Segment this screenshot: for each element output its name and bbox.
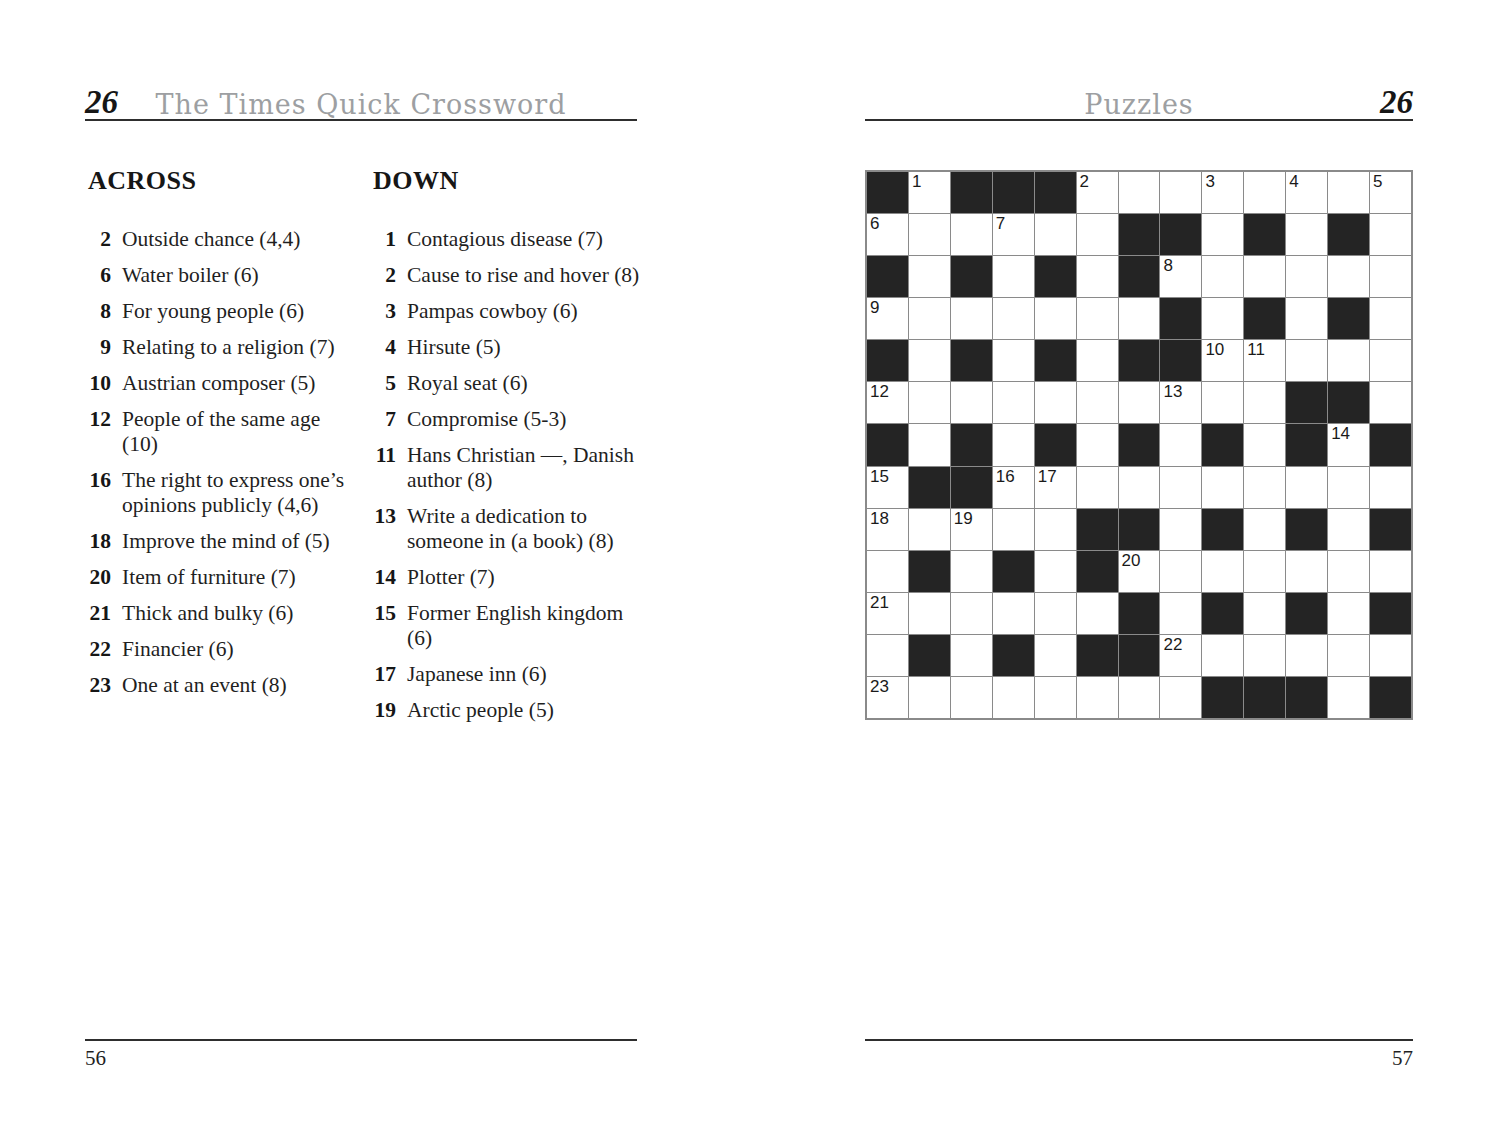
clue-text: Compromise (5-3) xyxy=(407,407,643,432)
black-cell xyxy=(951,172,992,213)
black-cell xyxy=(867,340,908,381)
clue-number: 3 xyxy=(373,299,396,324)
white-cell[interactable]: 6 xyxy=(867,214,908,255)
white-cell[interactable]: 14 xyxy=(1328,424,1369,465)
white-cell[interactable] xyxy=(1370,340,1411,381)
black-cell xyxy=(951,340,992,381)
book-title: The Times Quick Crossword xyxy=(85,89,637,120)
clue-text: Relating to a religion (7) xyxy=(122,335,358,360)
clue-down-3: 3Pampas cowboy (6) xyxy=(373,299,643,324)
clue-number: 1 xyxy=(373,227,396,252)
cell-number: 4 xyxy=(1289,172,1298,191)
across-clue-list: 2Outside chance (4,4)6Water boiler (6)8F… xyxy=(88,227,358,698)
clue-text: People of the same age (10) xyxy=(122,407,358,457)
white-cell[interactable] xyxy=(1119,382,1160,423)
clue-across-16: 16The right to express one’s opinions pu… xyxy=(88,468,358,518)
down-heading: DOWN xyxy=(373,166,643,196)
black-cell xyxy=(1370,593,1411,634)
white-cell[interactable]: 17 xyxy=(1035,467,1076,508)
cell-number: 12 xyxy=(870,382,889,401)
across-heading: ACROSS xyxy=(88,166,358,196)
white-cell[interactable] xyxy=(1370,214,1411,255)
clue-number: 2 xyxy=(373,263,396,288)
clue-number: 21 xyxy=(88,601,111,626)
clue-text: Item of furniture (7) xyxy=(122,565,358,590)
cell-number: 23 xyxy=(870,677,889,696)
clue-down-15: 15Former English kingdom (6) xyxy=(373,601,643,651)
clue-number: 20 xyxy=(88,565,111,590)
clue-number: 17 xyxy=(373,662,396,687)
clue-number: 10 xyxy=(88,371,111,396)
white-cell[interactable] xyxy=(951,635,992,676)
clue-text: Financier (6) xyxy=(122,637,358,662)
black-cell xyxy=(951,256,992,297)
white-cell[interactable]: 4 xyxy=(1286,172,1327,213)
white-cell[interactable] xyxy=(1244,551,1285,592)
white-cell[interactable] xyxy=(1202,635,1243,676)
clue-down-7: 7Compromise (5-3) xyxy=(373,407,643,432)
white-cell[interactable]: 7 xyxy=(993,214,1034,255)
black-cell xyxy=(951,467,992,508)
white-cell[interactable]: 21 xyxy=(867,593,908,634)
clue-number: 5 xyxy=(373,371,396,396)
white-cell[interactable] xyxy=(993,677,1034,718)
white-cell[interactable]: 3 xyxy=(1202,172,1243,213)
cell-number: 5 xyxy=(1373,172,1382,191)
black-cell xyxy=(1119,593,1160,634)
black-cell xyxy=(1077,509,1118,550)
white-cell[interactable] xyxy=(1035,635,1076,676)
black-cell xyxy=(993,635,1034,676)
white-cell[interactable] xyxy=(1035,214,1076,255)
cell-number: 20 xyxy=(1122,551,1141,570)
white-cell[interactable] xyxy=(867,635,908,676)
black-cell xyxy=(1370,509,1411,550)
white-cell[interactable] xyxy=(1160,172,1201,213)
black-cell xyxy=(1119,635,1160,676)
white-cell[interactable] xyxy=(1035,298,1076,339)
section-title: Puzzles xyxy=(865,89,1413,120)
cell-number: 8 xyxy=(1163,256,1172,275)
clue-number: 16 xyxy=(88,468,111,518)
crossword-grid[interactable]: 1234567891011121314151617181920212223 xyxy=(865,170,1413,720)
black-cell xyxy=(909,467,950,508)
clue-text: Plotter (7) xyxy=(407,565,643,590)
white-cell[interactable] xyxy=(1244,256,1285,297)
header-rule-left xyxy=(85,119,637,121)
clue-text: Hirsute (5) xyxy=(407,335,643,360)
white-cell[interactable] xyxy=(1160,509,1201,550)
white-cell[interactable] xyxy=(909,424,950,465)
cell-number: 10 xyxy=(1205,340,1224,359)
clue-text: The right to express one’s opinions publ… xyxy=(122,468,358,518)
white-cell[interactable] xyxy=(1244,593,1285,634)
clue-across-21: 21Thick and bulky (6) xyxy=(88,601,358,626)
page-number-left: 56 xyxy=(85,1046,106,1071)
clue-text: Write a dedication to someone in (a book… xyxy=(407,504,643,554)
clue-text: Contagious disease (7) xyxy=(407,227,643,252)
black-cell xyxy=(1035,424,1076,465)
white-cell[interactable] xyxy=(1328,677,1369,718)
black-cell xyxy=(1202,424,1243,465)
white-cell[interactable]: 5 xyxy=(1370,172,1411,213)
white-cell[interactable] xyxy=(1160,593,1201,634)
white-cell[interactable] xyxy=(951,214,992,255)
black-cell xyxy=(1286,593,1327,634)
footer-rule-right xyxy=(865,1039,1413,1041)
black-cell xyxy=(1244,677,1285,718)
white-cell[interactable] xyxy=(909,382,950,423)
white-cell[interactable] xyxy=(1244,424,1285,465)
white-cell[interactable] xyxy=(909,593,950,634)
white-cell[interactable] xyxy=(1119,172,1160,213)
white-cell[interactable]: 22 xyxy=(1160,635,1201,676)
cell-number: 21 xyxy=(870,593,889,612)
clue-number: 6 xyxy=(88,263,111,288)
clue-across-18: 18Improve the mind of (5) xyxy=(88,529,358,554)
white-cell[interactable] xyxy=(1077,677,1118,718)
white-cell[interactable]: 12 xyxy=(867,382,908,423)
white-cell[interactable] xyxy=(1286,467,1327,508)
clue-text: Cause to rise and hover (8) xyxy=(407,263,643,288)
puzzle-number-right: 26 xyxy=(1380,84,1413,121)
white-cell[interactable] xyxy=(1077,256,1118,297)
white-cell[interactable] xyxy=(1119,298,1160,339)
black-cell xyxy=(1328,382,1369,423)
black-cell xyxy=(1077,551,1118,592)
clue-down-11: 11Hans Christian —, Danish author (8) xyxy=(373,443,643,493)
clue-across-12: 12People of the same age (10) xyxy=(88,407,358,457)
black-cell xyxy=(1202,677,1243,718)
cell-number: 14 xyxy=(1331,424,1350,443)
clue-text: Japanese inn (6) xyxy=(407,662,643,687)
white-cell[interactable] xyxy=(909,677,950,718)
black-cell xyxy=(1202,509,1243,550)
clue-number: 19 xyxy=(373,698,396,723)
white-cell[interactable]: 8 xyxy=(1160,256,1201,297)
white-cell[interactable] xyxy=(1328,467,1369,508)
clue-down-2: 2Cause to rise and hover (8) xyxy=(373,263,643,288)
black-cell xyxy=(1077,635,1118,676)
white-cell[interactable]: 18 xyxy=(867,509,908,550)
clue-down-14: 14Plotter (7) xyxy=(373,565,643,590)
white-cell[interactable] xyxy=(909,340,950,381)
black-cell xyxy=(1035,256,1076,297)
black-cell xyxy=(993,172,1034,213)
white-cell[interactable] xyxy=(1286,551,1327,592)
white-cell[interactable] xyxy=(1035,382,1076,423)
black-cell xyxy=(1160,298,1201,339)
white-cell[interactable] xyxy=(1160,551,1201,592)
clue-across-8: 8For young people (6) xyxy=(88,299,358,324)
white-cell[interactable] xyxy=(1077,382,1118,423)
clue-number: 2 xyxy=(88,227,111,252)
black-cell xyxy=(1035,340,1076,381)
clue-text: Outside chance (4,4) xyxy=(122,227,358,252)
white-cell[interactable] xyxy=(951,593,992,634)
white-cell[interactable] xyxy=(1160,424,1201,465)
white-cell[interactable] xyxy=(1202,214,1243,255)
black-cell xyxy=(1286,424,1327,465)
clue-across-10: 10Austrian composer (5) xyxy=(88,371,358,396)
white-cell[interactable] xyxy=(1035,509,1076,550)
white-cell[interactable] xyxy=(993,382,1034,423)
white-cell[interactable]: 20 xyxy=(1119,551,1160,592)
black-cell xyxy=(1370,424,1411,465)
white-cell[interactable]: 23 xyxy=(867,677,908,718)
clue-down-19: 19Arctic people (5) xyxy=(373,698,643,723)
white-cell[interactable]: 1 xyxy=(909,172,950,213)
clue-down-1: 1Contagious disease (7) xyxy=(373,227,643,252)
white-cell[interactable] xyxy=(1328,340,1369,381)
white-cell[interactable] xyxy=(993,593,1034,634)
white-cell[interactable] xyxy=(1202,256,1243,297)
white-cell[interactable]: 15 xyxy=(867,467,908,508)
white-cell[interactable] xyxy=(993,298,1034,339)
white-cell[interactable]: 16 xyxy=(993,467,1034,508)
white-cell[interactable] xyxy=(1328,172,1369,213)
black-cell xyxy=(1286,382,1327,423)
black-cell xyxy=(1035,172,1076,213)
cell-number: 22 xyxy=(1163,635,1182,654)
clue-down-4: 4Hirsute (5) xyxy=(373,335,643,360)
clue-down-5: 5Royal seat (6) xyxy=(373,371,643,396)
white-cell[interactable] xyxy=(1328,593,1369,634)
white-cell[interactable] xyxy=(1035,677,1076,718)
white-cell[interactable] xyxy=(1370,635,1411,676)
white-cell[interactable] xyxy=(1244,467,1285,508)
white-cell[interactable]: 2 xyxy=(1077,172,1118,213)
white-cell[interactable] xyxy=(1077,467,1118,508)
down-clue-list: 1Contagious disease (7)2Cause to rise an… xyxy=(373,227,643,723)
white-cell[interactable] xyxy=(1244,635,1285,676)
clue-text: Improve the mind of (5) xyxy=(122,529,358,554)
black-cell xyxy=(1328,298,1369,339)
clue-across-9: 9Relating to a religion (7) xyxy=(88,335,358,360)
page-number-right: 57 xyxy=(1392,1046,1413,1071)
white-cell[interactable] xyxy=(1160,467,1201,508)
black-cell xyxy=(1119,256,1160,297)
white-cell[interactable] xyxy=(1077,298,1118,339)
down-clues-column: DOWN 1Contagious disease (7)2Cause to ri… xyxy=(373,166,643,734)
clue-text: Royal seat (6) xyxy=(407,371,643,396)
cell-number: 17 xyxy=(1038,467,1057,486)
clue-text: Thick and bulky (6) xyxy=(122,601,358,626)
clue-text: One at an event (8) xyxy=(122,673,358,698)
clue-across-2: 2Outside chance (4,4) xyxy=(88,227,358,252)
white-cell[interactable]: 13 xyxy=(1160,382,1201,423)
white-cell[interactable] xyxy=(1119,467,1160,508)
white-cell[interactable] xyxy=(951,298,992,339)
clue-number: 9 xyxy=(88,335,111,360)
clue-text: Austrian composer (5) xyxy=(122,371,358,396)
white-cell[interactable] xyxy=(1286,340,1327,381)
clue-number: 8 xyxy=(88,299,111,324)
cell-number: 19 xyxy=(954,509,973,528)
black-cell xyxy=(867,424,908,465)
white-cell[interactable] xyxy=(1244,509,1285,550)
white-cell[interactable] xyxy=(1202,298,1243,339)
white-cell[interactable] xyxy=(1244,172,1285,213)
clue-number: 11 xyxy=(373,443,396,493)
clue-across-22: 22Financier (6) xyxy=(88,637,358,662)
clue-number: 23 xyxy=(88,673,111,698)
black-cell xyxy=(1370,677,1411,718)
white-cell[interactable] xyxy=(1119,677,1160,718)
white-cell[interactable] xyxy=(1370,298,1411,339)
clue-number: 12 xyxy=(88,407,111,457)
black-cell xyxy=(1160,340,1201,381)
clue-number: 4 xyxy=(373,335,396,360)
header-rule-right xyxy=(865,119,1413,121)
white-cell[interactable] xyxy=(1202,467,1243,508)
clue-number: 14 xyxy=(373,565,396,590)
white-cell[interactable] xyxy=(1286,214,1327,255)
white-cell[interactable]: 19 xyxy=(951,509,992,550)
black-cell xyxy=(1119,214,1160,255)
white-cell[interactable] xyxy=(993,256,1034,297)
white-cell[interactable] xyxy=(1370,551,1411,592)
black-cell xyxy=(1119,340,1160,381)
white-cell[interactable] xyxy=(1202,551,1243,592)
black-cell xyxy=(1202,593,1243,634)
white-cell[interactable] xyxy=(1160,677,1201,718)
black-cell xyxy=(1119,509,1160,550)
cell-number: 7 xyxy=(996,214,1005,233)
white-cell[interactable] xyxy=(951,677,992,718)
white-cell[interactable] xyxy=(909,214,950,255)
clue-text: Arctic people (5) xyxy=(407,698,643,723)
white-cell[interactable] xyxy=(1286,298,1327,339)
white-cell[interactable] xyxy=(1077,340,1118,381)
clue-text: Pampas cowboy (6) xyxy=(407,299,643,324)
white-cell[interactable] xyxy=(951,382,992,423)
clue-down-13: 13Write a dedication to someone in (a bo… xyxy=(373,504,643,554)
white-cell[interactable] xyxy=(1370,467,1411,508)
black-cell xyxy=(1328,214,1369,255)
white-cell[interactable] xyxy=(1328,635,1369,676)
white-cell[interactable] xyxy=(909,256,950,297)
cell-number: 3 xyxy=(1205,172,1214,191)
white-cell[interactable] xyxy=(1370,382,1411,423)
white-cell[interactable] xyxy=(1286,256,1327,297)
clue-number: 15 xyxy=(373,601,396,651)
white-cell[interactable]: 10 xyxy=(1202,340,1243,381)
clue-number: 7 xyxy=(373,407,396,432)
black-cell xyxy=(1286,677,1327,718)
clue-text: For young people (6) xyxy=(122,299,358,324)
clue-number: 18 xyxy=(88,529,111,554)
clue-text: Hans Christian —, Danish author (8) xyxy=(407,443,643,493)
cell-number: 11 xyxy=(1247,340,1265,359)
white-cell[interactable] xyxy=(1328,509,1369,550)
black-cell xyxy=(993,551,1034,592)
black-cell xyxy=(909,635,950,676)
clue-across-6: 6Water boiler (6) xyxy=(88,263,358,288)
cell-number: 6 xyxy=(870,214,879,233)
black-cell xyxy=(1244,214,1285,255)
white-cell[interactable] xyxy=(1077,214,1118,255)
black-cell xyxy=(1119,424,1160,465)
white-cell[interactable]: 11 xyxy=(1244,340,1285,381)
black-cell xyxy=(909,551,950,592)
clue-number: 22 xyxy=(88,637,111,662)
cell-number: 13 xyxy=(1163,382,1182,401)
white-cell[interactable] xyxy=(993,424,1034,465)
white-cell[interactable] xyxy=(1328,256,1369,297)
white-cell[interactable] xyxy=(1244,382,1285,423)
footer-rule-left xyxy=(85,1039,637,1041)
across-clues-column: ACROSS 2Outside chance (4,4)6Water boile… xyxy=(88,166,358,709)
clue-text: Water boiler (6) xyxy=(122,263,358,288)
black-cell xyxy=(867,172,908,213)
cell-number: 1 xyxy=(912,172,921,191)
white-cell[interactable] xyxy=(909,298,950,339)
white-cell[interactable] xyxy=(1328,551,1369,592)
black-cell xyxy=(1244,298,1285,339)
clue-number: 13 xyxy=(373,504,396,554)
clue-down-17: 17Japanese inn (6) xyxy=(373,662,643,687)
black-cell xyxy=(951,424,992,465)
white-cell[interactable] xyxy=(1370,256,1411,297)
white-cell[interactable] xyxy=(993,509,1034,550)
black-cell xyxy=(867,256,908,297)
black-cell xyxy=(1160,214,1201,255)
white-cell[interactable] xyxy=(1077,424,1118,465)
cell-number: 15 xyxy=(870,467,889,486)
white-cell[interactable] xyxy=(1035,593,1076,634)
white-cell[interactable] xyxy=(993,340,1034,381)
clue-text: Former English kingdom (6) xyxy=(407,601,643,651)
white-cell[interactable] xyxy=(867,551,908,592)
clue-across-20: 20Item of furniture (7) xyxy=(88,565,358,590)
white-cell[interactable] xyxy=(1077,593,1118,634)
white-cell[interactable] xyxy=(1202,382,1243,423)
white-cell[interactable] xyxy=(1035,551,1076,592)
white-cell[interactable] xyxy=(909,509,950,550)
cell-number: 9 xyxy=(870,298,879,317)
clue-across-23: 23One at an event (8) xyxy=(88,673,358,698)
white-cell[interactable]: 9 xyxy=(867,298,908,339)
cell-number: 16 xyxy=(996,467,1015,486)
cell-number: 18 xyxy=(870,509,889,528)
white-cell[interactable] xyxy=(1286,635,1327,676)
white-cell[interactable] xyxy=(951,551,992,592)
cell-number: 2 xyxy=(1080,172,1089,191)
black-cell xyxy=(1286,509,1327,550)
